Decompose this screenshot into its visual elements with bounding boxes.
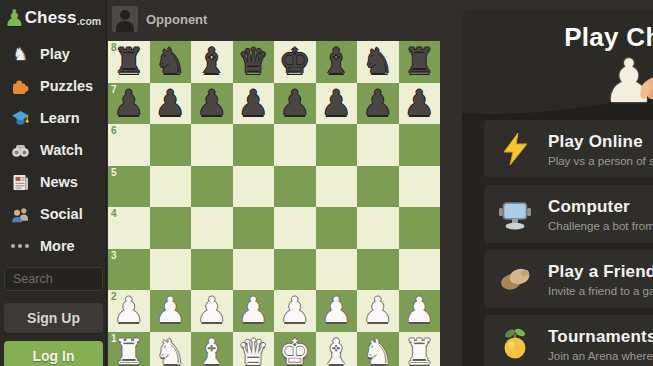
avatar-silhouette-icon — [120, 10, 130, 20]
sign-up-button[interactable]: Sign Up — [4, 303, 103, 333]
chess-piece: ♜ — [399, 41, 441, 83]
chess-piece: ♞ — [150, 332, 192, 366]
play-a-friend-button[interactable]: Play a Friend Invite a friend to a game … — [484, 250, 653, 308]
square[interactable]: ♚ — [274, 332, 316, 366]
option-title: Play Online — [548, 132, 653, 152]
chess-piece: ♟ — [357, 290, 399, 332]
square[interactable] — [357, 249, 399, 291]
play-panel: Play Chess ♟ Play Online Play vs a perso… — [462, 10, 653, 366]
tournaments-button[interactable]: Tournaments Join an Arena where anyone c… — [484, 315, 653, 366]
square[interactable]: ♟ — [316, 290, 358, 332]
chess-piece: ♟ — [150, 83, 192, 125]
sidebar-item-label: Social — [40, 206, 83, 222]
sidebar-item-label: More — [40, 238, 75, 254]
rank-coordinate: 5 — [111, 167, 117, 178]
trophy-icon — [497, 326, 533, 362]
square[interactable] — [233, 166, 275, 208]
logo-tld: .com — [77, 15, 102, 27]
logo-pawn-icon: ♟ — [4, 5, 25, 31]
square[interactable]: ♟ — [316, 83, 358, 125]
square[interactable]: ♟ — [191, 83, 233, 125]
option-subtitle: Invite a friend to a game of chess — [548, 285, 653, 297]
sidebar-item-watch[interactable]: Watch — [0, 134, 107, 166]
square[interactable]: 8♜ — [108, 41, 150, 83]
square[interactable] — [316, 124, 358, 166]
logo-text: Chess — [25, 8, 77, 28]
more-icon — [9, 236, 31, 256]
sidebar-item-learn[interactable]: Learn — [0, 102, 107, 134]
square[interactable] — [150, 124, 192, 166]
square[interactable]: ♟ — [399, 83, 441, 125]
square[interactable]: ♝ — [191, 332, 233, 366]
square[interactable]: 4 — [108, 207, 150, 249]
square[interactable]: 2♟ — [108, 290, 150, 332]
square[interactable]: ♞ — [357, 332, 399, 366]
square[interactable]: ♟ — [274, 83, 316, 125]
square[interactable] — [274, 166, 316, 208]
square[interactable]: ♞ — [357, 41, 399, 83]
square[interactable]: ♛ — [233, 332, 275, 366]
hand-icon — [614, 58, 653, 120]
square[interactable]: 7♟ — [108, 83, 150, 125]
sidebar-item-label: Watch — [40, 142, 83, 158]
sidebar: ♟ Chess .com ♞ Play Puzzles Learn — [0, 0, 107, 366]
play-online-button[interactable]: Play Online Play vs a person of similar … — [484, 120, 653, 178]
square[interactable]: ♟ — [191, 290, 233, 332]
square[interactable]: ♞ — [150, 41, 192, 83]
puzzles-icon — [9, 76, 31, 96]
square[interactable]: ♜ — [399, 41, 441, 83]
opponent-name: Opponent — [146, 12, 207, 27]
chess-piece: ♟ — [191, 290, 233, 332]
chesscom-logo[interactable]: ♟ Chess .com — [4, 5, 101, 31]
square[interactable] — [191, 124, 233, 166]
chess-piece: ♞ — [357, 41, 399, 83]
log-in-button[interactable]: Log In — [4, 341, 103, 366]
hand-holding-pawn-illustration: ♟ — [462, 50, 653, 130]
square[interactable]: ♟ — [233, 290, 275, 332]
square[interactable]: ♟ — [357, 83, 399, 125]
sidebar-item-label: News — [40, 174, 78, 190]
square[interactable] — [357, 207, 399, 249]
chess-board: 8♜♞♝♛♚♝♞♜7♟♟♟♟♟♟♟♟65432♟♟♟♟♟♟♟♟1♜♞♝♛♚♝♞♜ — [108, 41, 440, 366]
square[interactable]: 1♜ — [108, 332, 150, 366]
square[interactable]: ♟ — [357, 290, 399, 332]
square[interactable]: 6 — [108, 124, 150, 166]
option-title: Tournaments — [548, 327, 653, 347]
chess-piece: ♝ — [316, 41, 358, 83]
sidebar-item-news[interactable]: News — [0, 166, 107, 198]
chess-piece: ♟ — [233, 83, 275, 125]
rank-coordinate: 8 — [111, 42, 117, 53]
computer-icon — [497, 196, 533, 232]
square[interactable]: ♝ — [316, 41, 358, 83]
option-subtitle: Join an Arena where anyone can win — [548, 350, 653, 362]
square[interactable]: ♛ — [233, 41, 275, 83]
option-subtitle: Challenge a bot from Easy to Master — [548, 220, 653, 232]
sidebar-item-label: Puzzles — [40, 78, 93, 94]
chess-piece: ♞ — [150, 41, 192, 83]
square[interactable]: ♟ — [399, 290, 441, 332]
chess-piece: ♟ — [191, 83, 233, 125]
square[interactable] — [316, 207, 358, 249]
square[interactable] — [233, 124, 275, 166]
opponent-avatar[interactable] — [112, 6, 138, 32]
rank-coordinate: 1 — [111, 333, 117, 344]
square[interactable] — [274, 249, 316, 291]
square[interactable] — [150, 249, 192, 291]
social-icon — [9, 204, 31, 224]
option-title: Play a Friend — [548, 262, 653, 282]
sidebar-item-more[interactable]: More — [0, 230, 107, 262]
chess-piece: ♚ — [274, 332, 316, 366]
sidebar-item-social[interactable]: Social — [0, 198, 107, 230]
square[interactable] — [274, 207, 316, 249]
square[interactable]: ♞ — [150, 332, 192, 366]
sidebar-item-play[interactable]: ♞ Play — [0, 38, 107, 70]
sidebar-nav: ♞ Play Puzzles Learn Watch — [0, 38, 107, 262]
chess-piece: ♟ — [399, 290, 441, 332]
chess-piece: ♟ — [274, 290, 316, 332]
chess-piece: ♝ — [191, 41, 233, 83]
square[interactable]: ♜ — [399, 332, 441, 366]
play-icon: ♞ — [9, 44, 31, 64]
sidebar-item-label: Learn — [40, 110, 80, 126]
option-title: Computer — [548, 197, 653, 217]
square[interactable]: ♟ — [233, 83, 275, 125]
square[interactable] — [399, 249, 441, 291]
square[interactable] — [233, 207, 275, 249]
square[interactable] — [399, 207, 441, 249]
square[interactable] — [150, 166, 192, 208]
chess-piece: ♟ — [150, 290, 192, 332]
square[interactable]: ♟ — [274, 290, 316, 332]
chess-piece: ♛ — [233, 41, 275, 83]
rank-coordinate: 4 — [111, 208, 117, 219]
chess-piece: ♟ — [274, 83, 316, 125]
chess-piece: ♝ — [191, 332, 233, 366]
rank-coordinate: 2 — [111, 291, 117, 302]
square[interactable] — [357, 124, 399, 166]
chess-piece: ♟ — [357, 83, 399, 125]
handshake-icon — [497, 261, 533, 297]
computer-button[interactable]: Computer Challenge a bot from Easy to Ma… — [484, 185, 653, 243]
sidebar-item-label: Play — [40, 46, 70, 62]
chess-piece: ♟ — [316, 83, 358, 125]
lightning-icon — [497, 131, 533, 167]
square[interactable]: ♟ — [150, 83, 192, 125]
square[interactable]: ♚ — [274, 41, 316, 83]
square[interactable] — [399, 124, 441, 166]
square[interactable] — [191, 249, 233, 291]
sidebar-item-puzzles[interactable]: Puzzles — [0, 70, 107, 102]
square[interactable] — [316, 249, 358, 291]
rank-coordinate: 7 — [111, 84, 117, 95]
rank-coordinate: 3 — [111, 250, 117, 261]
square[interactable] — [357, 166, 399, 208]
square[interactable]: 3 — [108, 249, 150, 291]
chess-piece: ♚ — [274, 41, 316, 83]
chess-piece: ♜ — [399, 332, 441, 366]
square[interactable]: ♝ — [316, 332, 358, 366]
chess-piece: ♟ — [399, 83, 441, 125]
chess-piece: ♟ — [316, 290, 358, 332]
square[interactable]: ♟ — [150, 290, 192, 332]
chess-app: ♟ Chess .com ♞ Play Puzzles Learn — [0, 0, 653, 366]
square[interactable] — [316, 166, 358, 208]
square[interactable]: ♝ — [191, 41, 233, 83]
chess-piece: ♞ — [357, 332, 399, 366]
square[interactable]: 5 — [108, 166, 150, 208]
square[interactable] — [233, 249, 275, 291]
learn-icon — [9, 108, 31, 128]
square[interactable] — [274, 124, 316, 166]
play-options-list: Play Online Play vs a person of similar … — [484, 120, 653, 366]
search-input[interactable] — [4, 267, 103, 291]
chess-piece: ♝ — [316, 332, 358, 366]
rank-coordinate: 6 — [111, 125, 117, 136]
option-subtitle: Play vs a person of similar skill — [548, 155, 653, 167]
chess-piece: ♟ — [233, 290, 275, 332]
square[interactable] — [150, 207, 192, 249]
news-icon — [9, 172, 31, 192]
square[interactable] — [191, 166, 233, 208]
watch-icon — [9, 140, 31, 160]
square[interactable] — [399, 166, 441, 208]
chess-piece: ♛ — [233, 332, 275, 366]
square[interactable] — [191, 207, 233, 249]
